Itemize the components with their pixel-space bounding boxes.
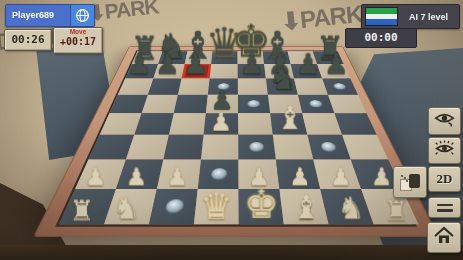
white-pawn-piece[interactable]: ♟ (85, 165, 107, 189)
ai-player-name: AI 7 level (398, 12, 459, 22)
square-f2[interactable]: ♟ (276, 160, 320, 189)
white-pawn-piece[interactable]: ♟ (371, 165, 393, 189)
black-pawn-piece[interactable]: ♟ (155, 50, 180, 78)
square-e7[interactable]: ♟ (238, 64, 266, 78)
square-h3[interactable] (342, 135, 388, 160)
white-knight-piece[interactable]: ♞ (113, 193, 141, 224)
legal-move-dot[interactable] (211, 168, 227, 180)
legal-move-dot[interactable] (332, 83, 347, 90)
square-b3[interactable] (126, 135, 169, 160)
move-timer-box: Move +00:17 (53, 27, 103, 54)
white-player-badge[interactable]: Player689 (5, 4, 95, 27)
square-a5[interactable] (109, 95, 147, 114)
square-d1[interactable]: ♛ (194, 189, 239, 224)
square-c4[interactable] (169, 113, 206, 134)
square-f3[interactable] (273, 135, 314, 160)
square-g3[interactable] (307, 135, 350, 160)
square-f4[interactable]: ♝ (270, 113, 307, 134)
square-e5[interactable] (238, 95, 270, 114)
white-queen-piece[interactable]: ♛ (200, 188, 233, 225)
square-h4[interactable] (334, 113, 376, 134)
legal-move-dot[interactable] (308, 100, 323, 108)
square-d4[interactable]: ♟ (204, 113, 239, 134)
menu-lines-icon (437, 209, 453, 212)
square-b5[interactable] (142, 95, 178, 114)
white-rook-piece[interactable]: ♜ (383, 196, 408, 224)
square-c3[interactable] (163, 135, 203, 160)
cards-icon (400, 174, 420, 191)
home-button[interactable] (427, 222, 461, 253)
ai-player-badge[interactable]: AI 7 level (361, 4, 460, 29)
square-e3[interactable] (238, 135, 276, 160)
square-e1[interactable]: ♚ (239, 189, 284, 224)
black-pawn-piece[interactable]: ♟ (239, 50, 264, 78)
game-scene: ♜♞♝♛♚♝♜♟♟♟♟♟♟♟♞♟♟♝♟♟♟♟♟♟♟♜♞♛♚♝♞♜ DOWNLO … (0, 0, 463, 260)
globe-icon (70, 5, 94, 26)
white-clock: 00:26 (4, 29, 52, 51)
sierra-leone-flag (365, 7, 398, 26)
square-f6[interactable]: ♞ (266, 78, 298, 94)
white-bishop-piece[interactable]: ♝ (292, 192, 321, 224)
camera-view-button[interactable] (428, 107, 461, 135)
square-h6[interactable] (322, 78, 358, 94)
square-b7[interactable]: ♟ (153, 64, 184, 78)
square-b2[interactable]: ♟ (116, 160, 163, 189)
square-g1[interactable]: ♞ (320, 189, 373, 224)
square-g4[interactable] (302, 113, 342, 134)
square-h5[interactable] (328, 95, 367, 114)
eye-lashes-icon (434, 140, 455, 161)
square-c1[interactable] (149, 189, 198, 224)
legal-move-dot[interactable] (249, 142, 264, 152)
square-g2[interactable]: ♟ (313, 160, 361, 189)
eye-camera-icon (434, 111, 455, 132)
square-f1[interactable]: ♝ (279, 189, 328, 224)
white-pawn-piece[interactable]: ♟ (330, 165, 352, 189)
move-label: Move (54, 28, 102, 36)
square-b4[interactable] (134, 113, 173, 134)
black-pawn-piece[interactable]: ♟ (324, 50, 349, 78)
square-c5[interactable] (174, 95, 208, 114)
board-style-button[interactable] (393, 166, 427, 198)
square-c7[interactable]: ♟ (181, 64, 211, 78)
watermark-text: ⬇PARK (87, 0, 160, 26)
home-icon (434, 226, 454, 249)
white-king-piece[interactable]: ♚ (244, 185, 279, 224)
white-rook-piece[interactable]: ♜ (69, 196, 94, 224)
black-knight-piece[interactable]: ♞ (268, 62, 297, 95)
white-pawn-piece[interactable]: ♟ (166, 165, 188, 189)
legal-move-dot[interactable] (164, 199, 184, 213)
ai-clock: 00:00 (345, 28, 417, 48)
black-pawn-piece[interactable]: ♟ (127, 50, 152, 78)
square-b6[interactable] (148, 78, 182, 94)
floor-front (0, 245, 463, 260)
white-pawn-piece[interactable]: ♟ (289, 165, 311, 189)
visibility-button[interactable] (428, 137, 461, 164)
legal-move-dot[interactable] (247, 100, 260, 108)
black-pawn-piece[interactable]: ♟ (295, 50, 320, 78)
white-bishop-piece[interactable]: ♝ (276, 102, 305, 134)
square-c2[interactable]: ♟ (157, 160, 201, 189)
white-pawn-piece[interactable]: ♟ (126, 165, 148, 189)
menu-button[interactable] (428, 197, 461, 218)
square-c6[interactable] (178, 78, 210, 94)
white-pawn-piece[interactable]: ♟ (210, 110, 232, 135)
move-increment: +00:17 (54, 36, 102, 47)
square-b1[interactable]: ♞ (104, 189, 157, 224)
menu-lines-icon (437, 204, 453, 207)
board-grid[interactable]: ♜♞♝♛♚♝♜♟♟♟♟♟♟♟♞♟♟♝♟♟♟♟♟♟♟♜♞♛♚♝♞♜ (55, 51, 417, 227)
square-e4[interactable] (238, 113, 273, 134)
square-e6[interactable] (238, 78, 268, 94)
dimension-toggle-button[interactable]: 2D (428, 166, 461, 192)
square-d7[interactable] (210, 64, 238, 78)
legal-move-dot[interactable] (320, 142, 338, 152)
white-player-name: Player689 (6, 5, 70, 26)
square-h7[interactable]: ♟ (317, 64, 350, 78)
square-d3[interactable] (201, 135, 238, 160)
white-knight-piece[interactable]: ♞ (337, 193, 365, 224)
black-pawn-piece[interactable]: ♟ (183, 50, 208, 78)
